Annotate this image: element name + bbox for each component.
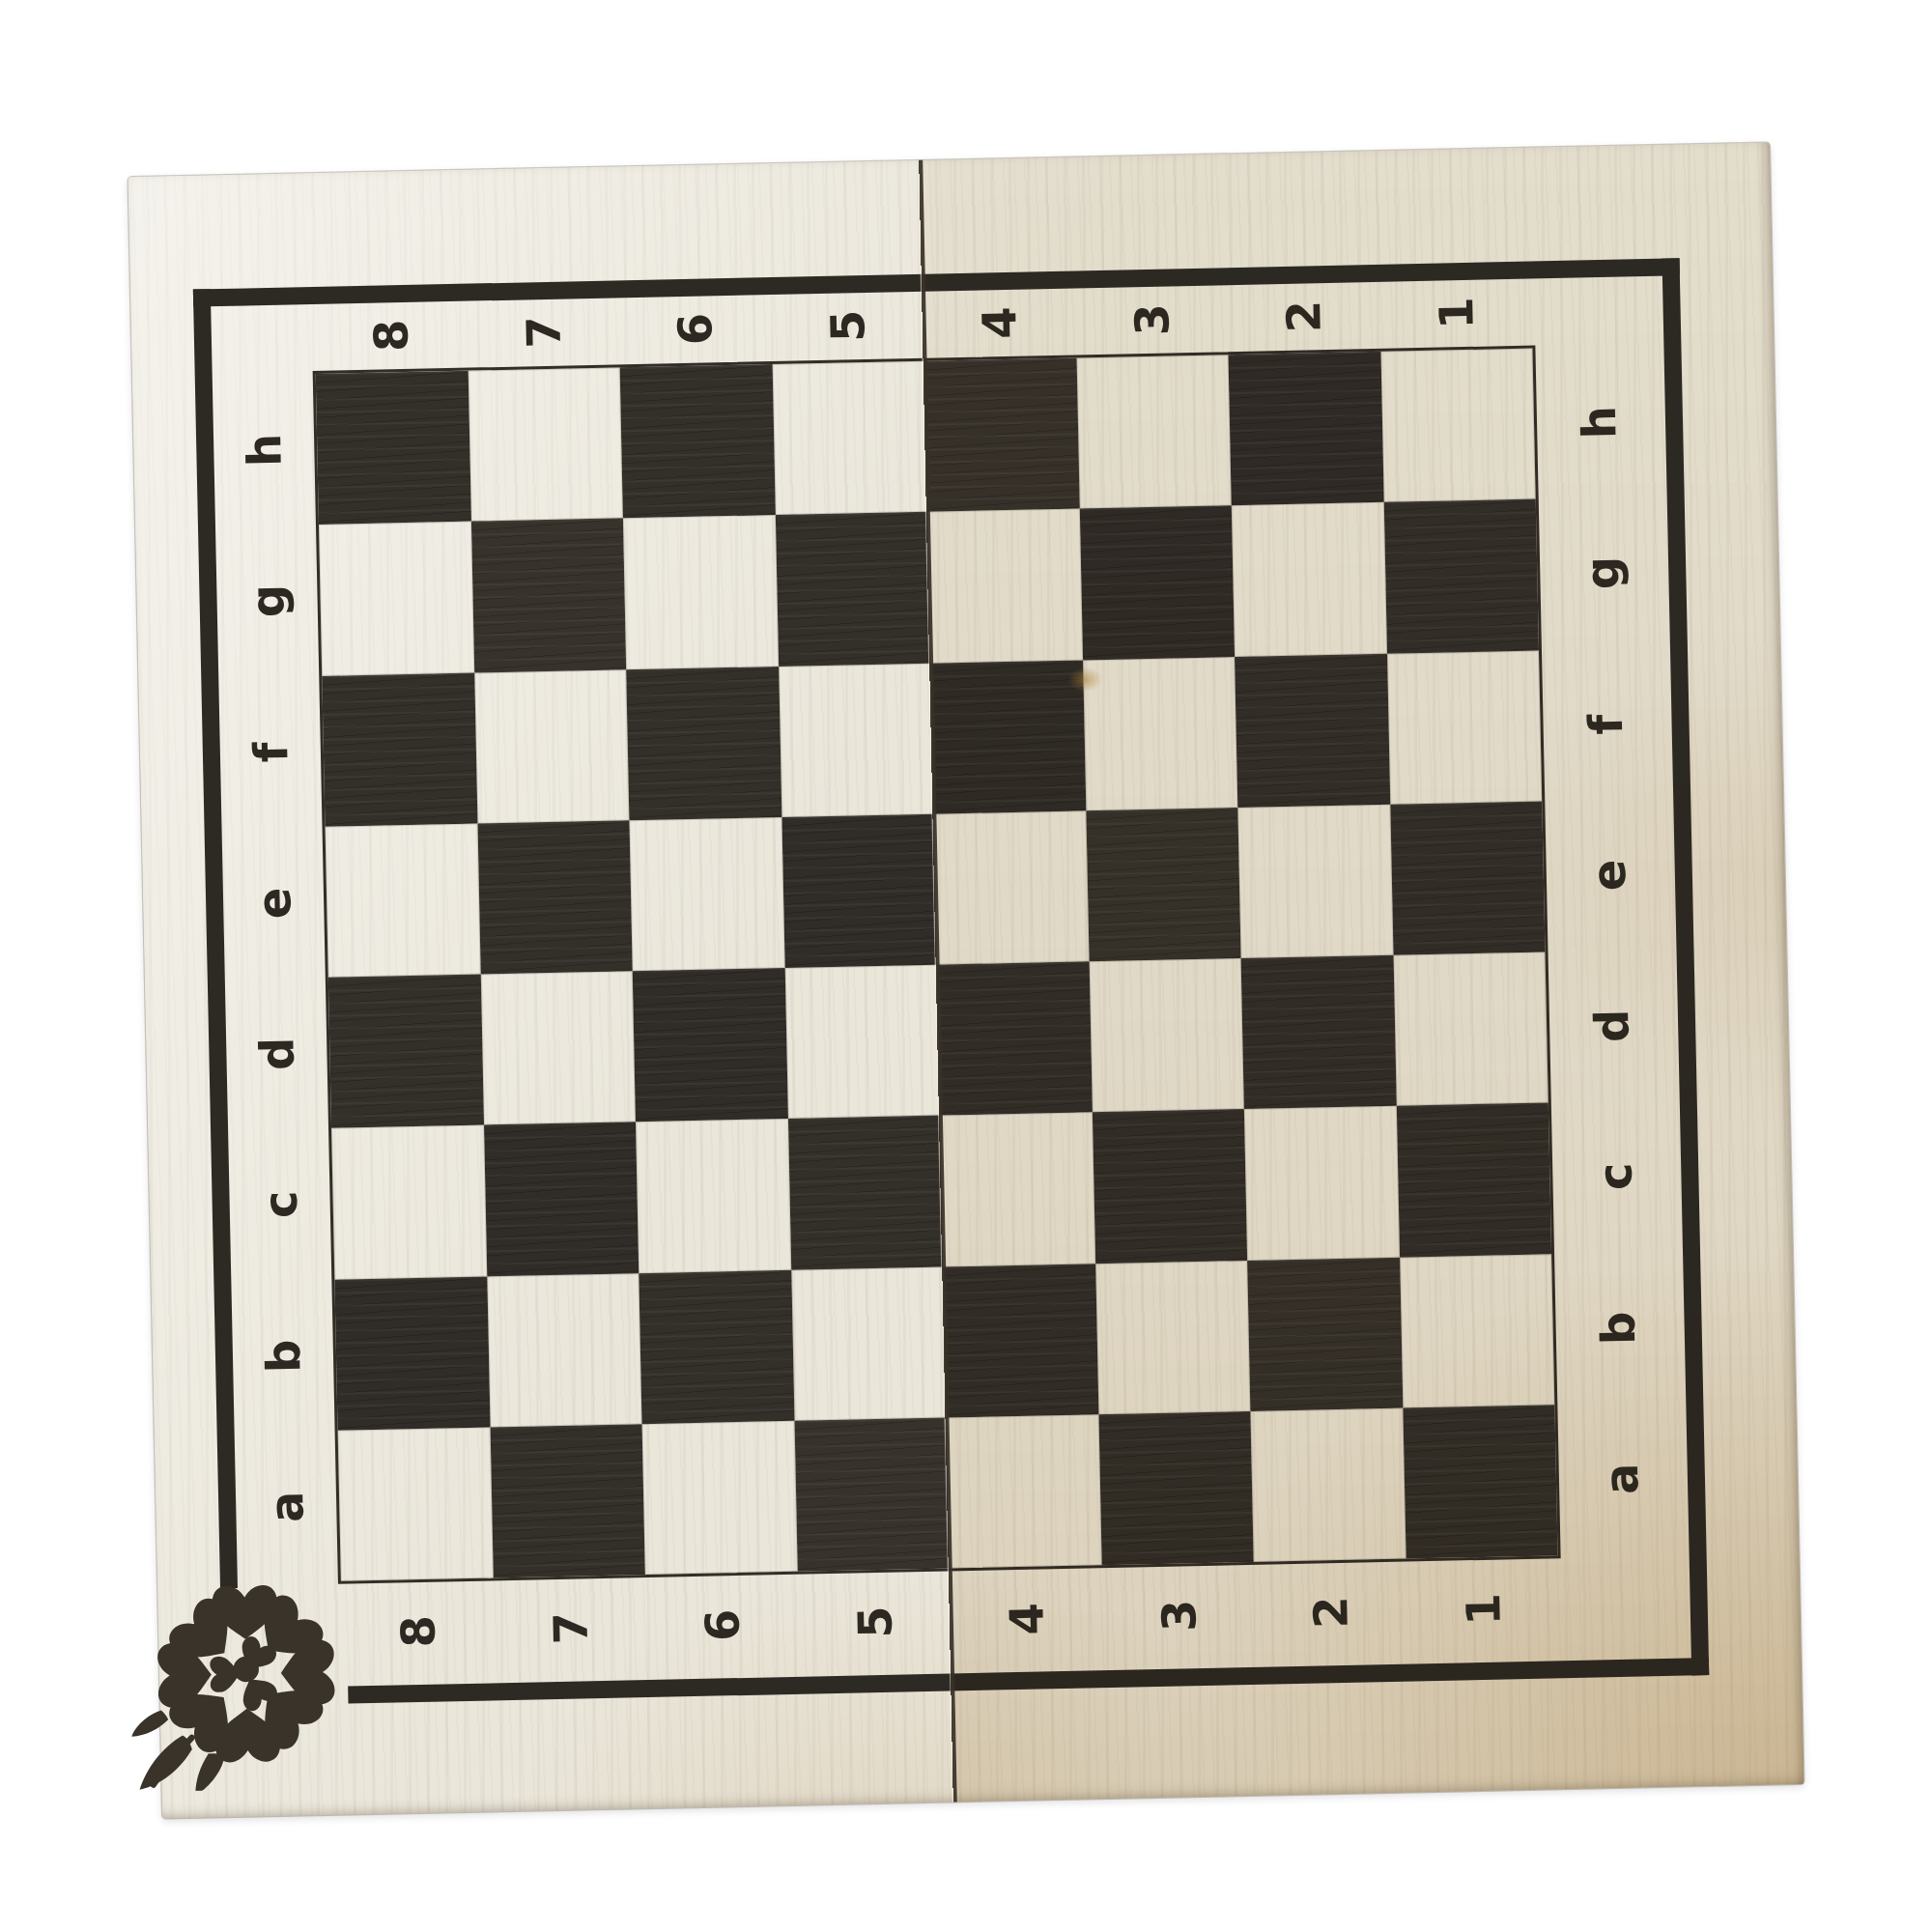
rank-label-4: 4 xyxy=(976,306,1023,339)
file-label-c: c xyxy=(1591,1163,1638,1191)
square-c3 xyxy=(1092,1109,1247,1264)
square-a1 xyxy=(1403,1405,1558,1559)
square-e6 xyxy=(629,817,784,972)
rank-label-slot: 1 xyxy=(1406,1557,1560,1661)
square-h8 xyxy=(316,371,471,526)
square-a2 xyxy=(1250,1407,1406,1562)
rank-label-5: 5 xyxy=(824,309,871,342)
rank-label-slot: 5 xyxy=(797,1570,952,1673)
rank-label-slot: 3 xyxy=(1101,1564,1256,1667)
square-c8 xyxy=(331,1125,487,1280)
square-d8 xyxy=(328,975,484,1129)
rank-label-8: 8 xyxy=(394,1615,441,1648)
rank-label-slot: 7 xyxy=(467,296,620,368)
square-h2 xyxy=(1228,352,1383,506)
square-d6 xyxy=(633,968,788,1122)
file-label-d: d xyxy=(1588,1009,1635,1042)
square-g2 xyxy=(1232,502,1387,657)
square-h1 xyxy=(1380,349,1536,503)
square-e2 xyxy=(1237,805,1393,959)
square-c7 xyxy=(484,1122,639,1276)
square-b4 xyxy=(943,1264,1098,1418)
file-label-e: e xyxy=(250,887,298,920)
file-label-slot: h xyxy=(213,374,315,526)
file-label-g: g xyxy=(243,584,291,618)
square-e8 xyxy=(326,823,481,978)
rank-label-7: 7 xyxy=(520,316,567,349)
rank-label-8: 8 xyxy=(367,319,414,352)
file-label-a: a xyxy=(263,1491,310,1522)
square-g7 xyxy=(470,519,626,673)
square-g8 xyxy=(319,522,474,676)
file-label-slot: f xyxy=(219,675,321,828)
square-f7 xyxy=(474,669,630,824)
file-label-b: b xyxy=(1594,1311,1641,1345)
square-e4 xyxy=(933,810,1089,965)
file-label-slot: b xyxy=(232,1279,333,1432)
rank-label-1: 1 xyxy=(1460,1593,1507,1626)
square-h5 xyxy=(772,361,927,516)
square-d1 xyxy=(1393,952,1548,1106)
square-f2 xyxy=(1235,653,1390,808)
square-a7 xyxy=(490,1424,645,1578)
rank-label-slot: 4 xyxy=(950,1567,1104,1670)
square-g3 xyxy=(1079,505,1235,660)
square-d7 xyxy=(480,971,636,1125)
square-f5 xyxy=(779,663,934,817)
square-g1 xyxy=(1383,499,1539,654)
square-f8 xyxy=(322,672,477,827)
rank-label-6: 6 xyxy=(698,1608,746,1641)
rank-label-slot: 8 xyxy=(314,299,468,372)
square-h3 xyxy=(1076,355,1232,509)
rank-label-3: 3 xyxy=(1128,303,1176,336)
file-labels-right: hgfedcba xyxy=(1534,346,1685,1555)
square-f1 xyxy=(1387,650,1543,805)
rank-label-5: 5 xyxy=(851,1605,898,1638)
file-label-slot: c xyxy=(1550,1100,1679,1254)
square-c4 xyxy=(940,1113,1095,1267)
file-label-slot: g xyxy=(1538,497,1666,650)
rank-label-slot: 3 xyxy=(1074,283,1228,355)
file-label-h: h xyxy=(1576,406,1623,440)
rank-label-slot: 1 xyxy=(1378,277,1532,350)
square-b1 xyxy=(1400,1254,1555,1408)
square-b2 xyxy=(1247,1257,1403,1411)
square-c6 xyxy=(636,1119,791,1273)
rank-label-slot: 6 xyxy=(645,1574,800,1677)
file-label-slot: h xyxy=(1534,346,1662,499)
rank-label-slot: 7 xyxy=(493,1577,647,1680)
square-f6 xyxy=(626,666,781,820)
square-e1 xyxy=(1390,801,1546,955)
file-label-slot: e xyxy=(223,827,325,980)
file-label-g: g xyxy=(1578,556,1626,590)
file-label-e: e xyxy=(1585,859,1633,892)
rank-label-4: 4 xyxy=(1003,1603,1050,1635)
flower-ornament xyxy=(128,1555,364,1792)
square-c2 xyxy=(1244,1106,1400,1261)
file-label-slot: d xyxy=(1548,950,1676,1103)
square-e3 xyxy=(1086,808,1241,962)
square-a8 xyxy=(338,1427,494,1581)
file-label-f: f xyxy=(247,742,294,763)
rank-label-6: 6 xyxy=(671,313,719,346)
square-b5 xyxy=(791,1266,947,1421)
file-label-d: d xyxy=(253,1037,300,1070)
square-d4 xyxy=(937,961,1093,1116)
square-e7 xyxy=(477,820,633,975)
square-f3 xyxy=(1083,657,1238,811)
file-label-c: c xyxy=(256,1191,303,1219)
square-g5 xyxy=(775,512,930,667)
rank-label-slot: 6 xyxy=(618,293,772,365)
square-e5 xyxy=(781,813,937,968)
file-label-b: b xyxy=(260,1339,307,1373)
file-label-slot: a xyxy=(1556,1402,1685,1555)
square-h7 xyxy=(468,367,623,522)
square-b6 xyxy=(639,1269,794,1424)
square-b8 xyxy=(334,1276,490,1431)
rank-label-slot: 2 xyxy=(1254,1561,1408,1664)
square-h4 xyxy=(924,357,1080,512)
file-label-h: h xyxy=(241,434,288,468)
rank-label-2: 2 xyxy=(1280,299,1327,332)
square-b3 xyxy=(1095,1260,1251,1414)
square-g4 xyxy=(927,509,1083,664)
square-c1 xyxy=(1396,1103,1551,1258)
square-h6 xyxy=(620,364,776,519)
file-label-slot: e xyxy=(1544,798,1672,952)
rank-label-7: 7 xyxy=(547,1612,594,1645)
file-label-a: a xyxy=(1598,1463,1645,1494)
chess-board: 87654321 87654321 hgfedcba hgfedcba xyxy=(128,142,1804,1818)
file-label-slot: b xyxy=(1553,1251,1682,1405)
rank-label-slot: 8 xyxy=(341,1579,496,1683)
rank-label-1: 1 xyxy=(1433,297,1480,329)
rank-label-slot: 4 xyxy=(923,286,1076,358)
square-a4 xyxy=(946,1414,1101,1569)
file-label-f: f xyxy=(1581,714,1628,735)
file-label-slot: g xyxy=(216,525,318,677)
file-label-slot: d xyxy=(226,978,327,1130)
square-g6 xyxy=(623,515,779,669)
rank-label-2: 2 xyxy=(1307,1596,1354,1629)
file-label-slot: f xyxy=(1541,647,1669,801)
product-photo: 87654321 87654321 hgfedcba hgfedcba xyxy=(0,0,1932,1932)
square-a6 xyxy=(642,1421,798,1576)
square-b7 xyxy=(487,1273,642,1428)
square-f4 xyxy=(930,660,1086,814)
rank-label-3: 3 xyxy=(1155,1599,1203,1632)
file-label-slot: c xyxy=(229,1128,330,1281)
square-a5 xyxy=(794,1417,950,1572)
square-d2 xyxy=(1241,955,1397,1110)
square-a3 xyxy=(1098,1411,1254,1566)
rank-label-slot: 5 xyxy=(771,290,924,362)
rank-label-slot: 2 xyxy=(1227,280,1380,353)
square-d5 xyxy=(784,965,940,1120)
square-d3 xyxy=(1089,958,1244,1113)
square-c5 xyxy=(787,1116,943,1270)
